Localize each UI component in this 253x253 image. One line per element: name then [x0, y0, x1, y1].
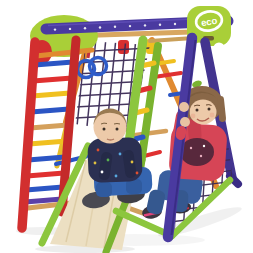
girl-hand-upper	[179, 102, 189, 112]
girl-hand-lower	[180, 117, 190, 127]
sweater-print	[180, 138, 214, 166]
boy	[81, 109, 153, 210]
product-photo: eco	[0, 0, 253, 253]
climbing-frame-scene: eco	[0, 0, 253, 253]
